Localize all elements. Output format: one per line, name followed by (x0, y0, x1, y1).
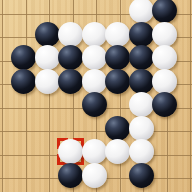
grid-line-vertical (2, 0, 3, 192)
stone-white (82, 22, 107, 47)
stone-white (82, 45, 107, 70)
stone-black (35, 22, 60, 47)
board[interactable] (0, 0, 192, 192)
stone-white (82, 139, 107, 164)
grid-line-vertical (26, 0, 27, 192)
stone-white (82, 69, 107, 94)
stone-white (82, 163, 107, 188)
stone-black (58, 163, 83, 188)
stone-white (129, 92, 154, 117)
stone-white (35, 45, 60, 70)
grid-line-horizontal (0, 131, 192, 132)
stone-black (58, 69, 83, 94)
stone-black (105, 45, 130, 70)
stone-white (152, 45, 177, 70)
stone-white (152, 69, 177, 94)
grid-line-vertical (190, 0, 191, 192)
stone-black (11, 45, 36, 70)
stone-black (82, 92, 107, 117)
stone-white (58, 139, 83, 164)
stone-black (105, 116, 130, 141)
stone-white (129, 139, 154, 164)
stone-black (11, 69, 36, 94)
stone-black (105, 69, 130, 94)
stone-white (105, 22, 130, 47)
stone-black (129, 45, 154, 70)
stone-black (152, 92, 177, 117)
stone-white (129, 0, 154, 23)
stone-white (129, 116, 154, 141)
stone-white (152, 22, 177, 47)
stone-black (129, 69, 154, 94)
stone-black (129, 163, 154, 188)
stone-white (105, 139, 130, 164)
stone-black (58, 45, 83, 70)
stone-white (35, 69, 60, 94)
stone-white (58, 22, 83, 47)
stone-black (152, 0, 177, 23)
stone-black (129, 22, 154, 47)
